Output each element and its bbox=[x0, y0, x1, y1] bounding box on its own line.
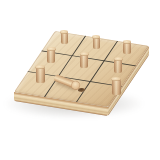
product-photo-scene bbox=[0, 0, 160, 160]
peg-r1-c2[interactable] bbox=[93, 37, 100, 49]
pegs-layer bbox=[0, 0, 160, 160]
peg-r2-c1[interactable] bbox=[47, 49, 55, 63]
peg-r1-c3[interactable] bbox=[123, 42, 131, 54]
peg-r2-c2[interactable] bbox=[80, 54, 88, 68]
peg-r3-c1[interactable] bbox=[36, 67, 45, 83]
peg-r2-c3[interactable] bbox=[114, 59, 122, 73]
peg-r3-c3[interactable] bbox=[112, 79, 121, 95]
peg-r1-c1[interactable] bbox=[61, 32, 68, 44]
